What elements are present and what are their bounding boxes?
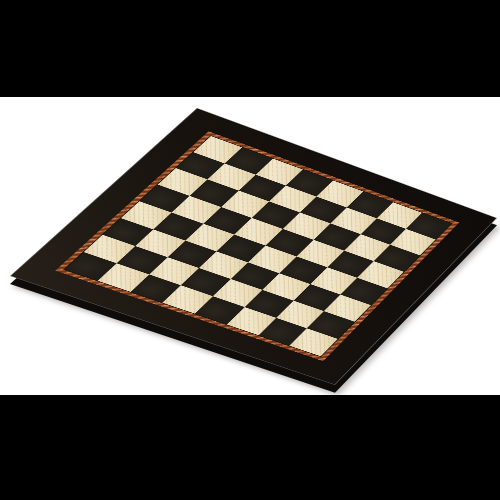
letterbox-top: [0, 0, 500, 97]
product-photo-scene: [0, 0, 500, 500]
letterbox-bottom: [0, 395, 500, 500]
chess-board: [10, 108, 497, 385]
